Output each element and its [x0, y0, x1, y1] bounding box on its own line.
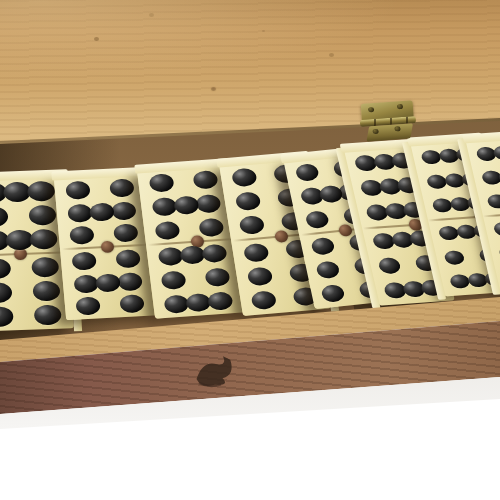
pip: [243, 242, 270, 262]
photo-of-domino-box: [0, 0, 500, 500]
carved-mark: [184, 346, 237, 395]
spinner-pin: [100, 241, 114, 254]
pip: [29, 229, 57, 250]
pip: [28, 205, 56, 226]
pip: [149, 173, 175, 193]
pip: [115, 249, 141, 268]
pip: [117, 272, 143, 291]
pip: [33, 305, 61, 326]
pip: [304, 210, 329, 229]
pip: [111, 201, 137, 220]
pip: [486, 194, 500, 209]
pip: [109, 178, 135, 197]
pip: [247, 267, 274, 287]
pip: [377, 257, 402, 274]
pip: [173, 195, 199, 215]
tile-edge: [462, 130, 500, 144]
spinner-pin: [337, 224, 352, 237]
pip: [0, 206, 8, 227]
pip: [89, 202, 115, 221]
pip: [192, 170, 218, 190]
pip: [294, 163, 319, 182]
pip: [315, 260, 340, 279]
pip: [198, 217, 224, 237]
pip: [119, 294, 145, 313]
pip: [310, 237, 335, 256]
pip: [443, 250, 465, 265]
spinner-pin: [274, 230, 289, 243]
tile-divider-line: [0, 251, 68, 256]
pip: [235, 191, 262, 211]
pip: [195, 194, 221, 214]
pip: [155, 220, 181, 240]
pip: [207, 291, 233, 311]
pip: [320, 284, 345, 303]
pip: [481, 170, 500, 185]
pip: [204, 267, 230, 287]
pip: [201, 244, 227, 264]
pip: [66, 180, 92, 199]
pip: [238, 215, 265, 235]
tile-edge: [134, 158, 228, 173]
brass-hinge: [361, 100, 416, 144]
domino-row: [0, 0, 500, 500]
pip: [161, 270, 187, 290]
pip: [32, 281, 60, 302]
pip: [250, 291, 277, 311]
pip: [231, 167, 258, 187]
pip: [72, 251, 98, 270]
pip: [3, 181, 31, 202]
tile-divider-line: [483, 211, 500, 218]
pip: [27, 180, 55, 201]
pip: [0, 282, 12, 303]
pip: [95, 273, 121, 292]
pip: [0, 307, 13, 328]
pip: [0, 258, 11, 279]
pip: [31, 256, 59, 277]
pip: [5, 230, 33, 251]
pip: [113, 224, 139, 243]
pip: [492, 221, 500, 236]
pip: [76, 297, 102, 316]
pip: [70, 226, 96, 245]
